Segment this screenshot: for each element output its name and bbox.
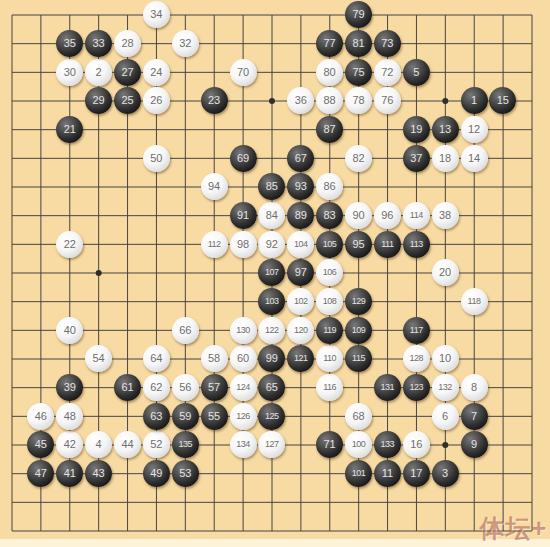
stone-77: 77 (316, 30, 343, 57)
stone-101: 101 (345, 460, 372, 487)
stone-14: 14 (461, 145, 488, 172)
stone-72: 72 (374, 59, 401, 86)
stone-132: 132 (432, 374, 459, 401)
stone-59: 59 (172, 403, 199, 430)
stone-34: 34 (143, 1, 170, 28)
stone-29: 29 (85, 87, 112, 114)
stone-67: 67 (287, 145, 314, 172)
stone-43: 43 (85, 460, 112, 487)
stone-79: 79 (345, 1, 372, 28)
stone-133: 133 (374, 431, 401, 458)
stone-131: 131 (374, 374, 401, 401)
stone-116: 116 (316, 374, 343, 401)
stone-86: 86 (316, 173, 343, 200)
stone-123: 123 (403, 374, 430, 401)
stone-64: 64 (143, 345, 170, 372)
stone-69: 69 (230, 145, 257, 172)
stone-104: 104 (287, 231, 314, 258)
stone-122: 122 (258, 317, 285, 344)
stone-119: 119 (316, 317, 343, 344)
stone-49: 49 (143, 460, 170, 487)
stone-115: 115 (345, 345, 372, 372)
stone-126: 126 (230, 403, 257, 430)
stone-23: 23 (201, 87, 228, 114)
stone-103: 103 (258, 288, 285, 315)
stone-127: 127 (258, 431, 285, 458)
stone-121: 121 (287, 345, 314, 372)
stone-11: 11 (374, 460, 401, 487)
stone-39: 39 (56, 374, 83, 401)
stone-10: 10 (432, 345, 459, 372)
stone-66: 66 (172, 317, 199, 344)
stone-9: 9 (461, 431, 488, 458)
stone-97: 97 (287, 259, 314, 286)
stone-26: 26 (143, 87, 170, 114)
stone-37: 37 (403, 145, 430, 172)
watermark-text: 体坛+ (479, 512, 547, 545)
stone-88: 88 (316, 87, 343, 114)
stone-13: 13 (432, 116, 459, 143)
stone-96: 96 (374, 202, 401, 229)
stone-82: 82 (345, 145, 372, 172)
stone-118: 118 (461, 288, 488, 315)
stone-5: 5 (403, 59, 430, 86)
stone-60: 60 (230, 345, 257, 372)
stone-99: 99 (258, 345, 285, 372)
stone-94: 94 (201, 173, 228, 200)
stone-128: 128 (403, 345, 430, 372)
stone-130: 130 (230, 317, 257, 344)
stone-6: 6 (432, 403, 459, 430)
stone-27: 27 (114, 59, 141, 86)
stone-20: 20 (432, 259, 459, 286)
stone-8: 8 (461, 374, 488, 401)
stone-108: 108 (316, 288, 343, 315)
stone-17: 17 (403, 460, 430, 487)
stone-3: 3 (432, 460, 459, 487)
stone-35: 35 (56, 30, 83, 57)
stone-62: 62 (143, 374, 170, 401)
stone-83: 83 (316, 202, 343, 229)
stone-44: 44 (114, 431, 141, 458)
stone-91: 91 (230, 202, 257, 229)
stone-76: 76 (374, 87, 401, 114)
stone-32: 32 (172, 30, 199, 57)
stone-2: 2 (85, 59, 112, 86)
stone-89: 89 (287, 202, 314, 229)
stone-33: 33 (85, 30, 112, 57)
stones-layer: 1234567891011121314151617181920212223242… (0, 1, 546, 545)
stone-84: 84 (258, 202, 285, 229)
stone-57: 57 (201, 374, 228, 401)
stone-100: 100 (345, 431, 372, 458)
stone-81: 81 (345, 30, 372, 57)
stone-36: 36 (287, 87, 314, 114)
stone-111: 111 (374, 231, 401, 258)
stone-16: 16 (403, 431, 430, 458)
stone-85: 85 (258, 173, 285, 200)
stone-30: 30 (56, 59, 83, 86)
stone-21: 21 (56, 116, 83, 143)
stone-110: 110 (316, 345, 343, 372)
stone-73: 73 (374, 30, 401, 57)
stone-134: 134 (230, 431, 257, 458)
stone-18: 18 (432, 145, 459, 172)
stone-1: 1 (461, 87, 488, 114)
stone-95: 95 (345, 231, 372, 258)
stone-98: 98 (230, 231, 257, 258)
stone-124: 124 (230, 374, 257, 401)
stone-4: 4 (85, 431, 112, 458)
stone-78: 78 (345, 87, 372, 114)
stone-129: 129 (345, 288, 372, 315)
stone-63: 63 (143, 403, 170, 430)
stone-105: 105 (316, 231, 343, 258)
stone-28: 28 (114, 30, 141, 57)
go-board-diagram: 1234567891011121314151617181920212223242… (0, 0, 550, 547)
stone-90: 90 (345, 202, 372, 229)
stone-55: 55 (201, 403, 228, 430)
stone-24: 24 (143, 59, 170, 86)
stone-113: 113 (403, 231, 430, 258)
stone-92: 92 (258, 231, 285, 258)
stone-41: 41 (56, 460, 83, 487)
stone-68: 68 (345, 403, 372, 430)
stone-38: 38 (432, 202, 459, 229)
stone-42: 42 (56, 431, 83, 458)
bottom-strip (0, 539, 550, 547)
stone-109: 109 (345, 317, 372, 344)
stone-125: 125 (258, 403, 285, 430)
stone-87: 87 (316, 116, 343, 143)
stone-61: 61 (114, 374, 141, 401)
stone-40: 40 (56, 317, 83, 344)
stone-80: 80 (316, 59, 343, 86)
stone-52: 52 (143, 431, 170, 458)
stone-46: 46 (27, 403, 54, 430)
stone-22: 22 (56, 231, 83, 258)
stone-50: 50 (143, 145, 170, 172)
stone-117: 117 (403, 317, 430, 344)
stone-56: 56 (172, 374, 199, 401)
stone-112: 112 (201, 231, 228, 258)
stone-107: 107 (258, 259, 285, 286)
stone-135: 135 (172, 431, 199, 458)
stone-75: 75 (345, 59, 372, 86)
stone-54: 54 (85, 345, 112, 372)
stone-48: 48 (56, 403, 83, 430)
stone-120: 120 (287, 317, 314, 344)
stone-70: 70 (230, 59, 257, 86)
stone-58: 58 (201, 345, 228, 372)
stone-15: 15 (489, 87, 516, 114)
stone-45: 45 (27, 431, 54, 458)
stone-25: 25 (114, 87, 141, 114)
stone-19: 19 (403, 116, 430, 143)
stone-114: 114 (403, 202, 430, 229)
stone-7: 7 (461, 403, 488, 430)
stone-102: 102 (287, 288, 314, 315)
stone-12: 12 (461, 116, 488, 143)
stone-71: 71 (316, 431, 343, 458)
stone-106: 106 (316, 259, 343, 286)
stone-93: 93 (287, 173, 314, 200)
stone-47: 47 (27, 460, 54, 487)
stone-65: 65 (258, 374, 285, 401)
stone-53: 53 (172, 460, 199, 487)
